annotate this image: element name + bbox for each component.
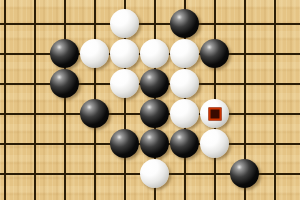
black-stone — [140, 129, 169, 158]
black-stone — [230, 159, 259, 188]
black-stone — [50, 39, 79, 68]
last-move-marker — [208, 107, 221, 120]
white-stone — [200, 99, 229, 128]
black-stone — [170, 9, 199, 38]
go-board[interactable] — [0, 0, 300, 200]
white-stone — [140, 159, 169, 188]
white-stone — [170, 99, 199, 128]
white-stone — [170, 69, 199, 98]
black-stone — [170, 129, 199, 158]
black-stone — [140, 69, 169, 98]
grid-line-horizontal — [0, 23, 300, 25]
white-stone — [80, 39, 109, 68]
black-stone — [200, 39, 229, 68]
white-stone — [110, 39, 139, 68]
grid-line-vertical — [274, 0, 276, 200]
game-screenshot — [0, 0, 300, 200]
grid-line-vertical — [4, 0, 6, 200]
grid-line-vertical — [64, 0, 66, 200]
black-stone — [80, 99, 109, 128]
white-stone — [140, 39, 169, 68]
white-stone — [200, 129, 229, 158]
white-stone — [170, 39, 199, 68]
grid-line-vertical — [34, 0, 36, 200]
black-stone — [110, 129, 139, 158]
white-stone — [110, 9, 139, 38]
white-stone — [110, 69, 139, 98]
black-stone — [50, 69, 79, 98]
black-stone — [140, 99, 169, 128]
